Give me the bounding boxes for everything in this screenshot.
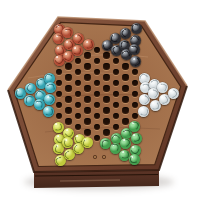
board-holes-layer — [0, 0, 200, 200]
board-hole[interactable] — [75, 124, 81, 130]
board-hole[interactable] — [122, 96, 128, 102]
board-hole[interactable] — [94, 113, 100, 119]
marble-black[interactable] — [131, 23, 142, 34]
board-hole[interactable] — [122, 107, 128, 113]
board-hole[interactable] — [132, 91, 138, 97]
board-hole[interactable] — [94, 47, 100, 53]
board-hole[interactable] — [94, 69, 100, 75]
board-hole[interactable] — [132, 102, 138, 108]
marble-green[interactable] — [129, 121, 140, 132]
board-hole[interactable] — [75, 102, 81, 108]
board-hole[interactable] — [103, 52, 109, 58]
board-hole[interactable] — [122, 118, 128, 124]
board-hole[interactable] — [75, 69, 81, 75]
board-hole[interactable] — [75, 58, 81, 64]
board-hole[interactable] — [84, 96, 90, 102]
board-hole[interactable] — [75, 91, 81, 97]
board-hole[interactable] — [94, 91, 100, 97]
marble-green[interactable] — [131, 133, 142, 144]
chinese-checkers-board — [0, 0, 200, 200]
board-hole[interactable] — [84, 118, 90, 124]
board-hole[interactable] — [84, 63, 90, 69]
marble-black[interactable] — [120, 28, 131, 39]
board-hole[interactable] — [103, 63, 109, 69]
spare-marble-hole — [102, 155, 106, 159]
board-hole[interactable] — [56, 102, 62, 108]
board-hole[interactable] — [132, 69, 138, 75]
board-hole[interactable] — [113, 69, 119, 75]
marble-black[interactable] — [129, 44, 140, 55]
board-hole[interactable] — [113, 113, 119, 119]
board-hole[interactable] — [94, 135, 100, 141]
board-hole[interactable] — [103, 118, 109, 124]
board-hole[interactable] — [103, 74, 109, 80]
marble-yellow[interactable] — [53, 122, 64, 133]
marble-yellow[interactable] — [62, 137, 73, 148]
board-hole[interactable] — [56, 69, 62, 75]
board-hole[interactable] — [65, 63, 71, 69]
board-hole[interactable] — [132, 80, 138, 86]
marble-turquoise[interactable] — [25, 83, 36, 94]
board-hole[interactable] — [65, 74, 71, 80]
marble-green[interactable] — [120, 138, 131, 149]
marble-red[interactable] — [83, 39, 94, 50]
board-hole[interactable] — [113, 102, 119, 108]
marble-white[interactable] — [157, 82, 168, 93]
board-hole[interactable] — [103, 129, 109, 135]
board-hole[interactable] — [94, 102, 100, 108]
marble-red[interactable] — [62, 27, 73, 38]
marble-white[interactable] — [138, 106, 149, 117]
board-hole[interactable] — [103, 85, 109, 91]
board-hole[interactable] — [84, 74, 90, 80]
board-hole[interactable] — [56, 91, 62, 97]
board-hole[interactable] — [84, 129, 90, 135]
board-hole[interactable] — [75, 80, 81, 86]
marble-red[interactable] — [72, 45, 83, 56]
board-hole[interactable] — [103, 96, 109, 102]
board-hole[interactable] — [132, 113, 138, 119]
board-hole[interactable] — [56, 80, 62, 86]
board-hole[interactable] — [75, 113, 81, 119]
board-hole[interactable] — [113, 80, 119, 86]
marble-turquoise[interactable] — [43, 106, 54, 117]
board-hole[interactable] — [65, 96, 71, 102]
board-hole[interactable] — [65, 85, 71, 91]
spare-marble-hole — [93, 155, 97, 159]
board-hole[interactable] — [84, 85, 90, 91]
board-hole[interactable] — [84, 52, 90, 58]
marble-red[interactable] — [73, 33, 84, 44]
marble-black[interactable] — [130, 56, 141, 67]
board-hole[interactable] — [113, 58, 119, 64]
board-hole[interactable] — [103, 107, 109, 113]
board-hole[interactable] — [65, 107, 71, 113]
board-hole[interactable] — [122, 74, 128, 80]
board-hole[interactable] — [84, 107, 90, 113]
board-hole[interactable] — [94, 124, 100, 130]
board-hole[interactable] — [122, 85, 128, 91]
board-hole[interactable] — [94, 80, 100, 86]
board-hole[interactable] — [113, 91, 119, 97]
board-hole[interactable] — [65, 118, 71, 124]
board-hole[interactable] — [94, 58, 100, 64]
board-hole[interactable] — [122, 63, 128, 69]
marble-turquoise[interactable] — [45, 82, 56, 93]
marble-yellow[interactable] — [82, 137, 93, 148]
board-hole[interactable] — [113, 124, 119, 130]
board-hole[interactable] — [56, 113, 62, 119]
marble-white[interactable] — [168, 88, 179, 99]
marble-turquoise[interactable] — [44, 94, 55, 105]
marble-green[interactable] — [129, 154, 140, 165]
